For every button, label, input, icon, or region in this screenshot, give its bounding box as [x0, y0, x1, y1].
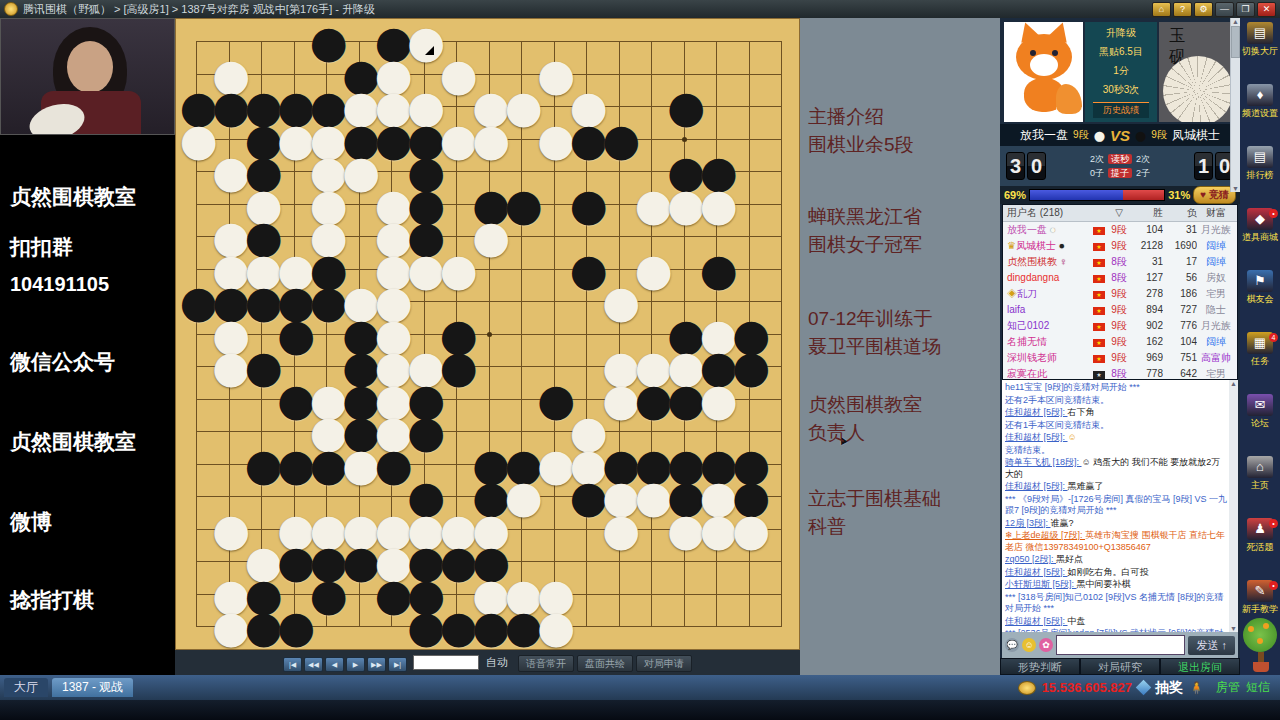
black-stone: ●: [700, 252, 733, 285]
chat-message: 竞猜结束。: [1005, 445, 1228, 457]
chat-message: *** 《9段对局》-[1726号房间] 真假的宝马 [9段] VS 一九跟7 …: [1005, 494, 1228, 517]
chat-message: 还有2手本区间竞猜结束。: [1005, 395, 1228, 407]
black-stone: ●: [310, 447, 343, 480]
white-counter: 30: [1006, 152, 1046, 180]
white-player-name: 放我一盘: [1020, 127, 1068, 144]
black-stone: ●: [310, 25, 343, 58]
send-button[interactable]: 发送 ↑: [1188, 636, 1235, 655]
rail-icon: ♦: [1247, 84, 1273, 106]
black-stone: ●: [375, 577, 408, 610]
betting-bar: 69% 31% ♥ 竞猜: [1000, 186, 1240, 204]
black-stone: ●: [375, 447, 408, 480]
last-move-marker: [425, 46, 434, 55]
taskbar-tab[interactable]: 大厅: [4, 678, 48, 697]
coin-icon: [1018, 681, 1036, 695]
sidebar-text-line: 微博: [0, 508, 175, 536]
white-player-avatar: [1004, 22, 1083, 122]
title-bar: 腾讯围棋（野狐） > [高级房1] > 1387号对弈房 观战中[第176手] …: [0, 0, 1280, 18]
rail-item-任务[interactable]: ▦4任务: [1240, 332, 1280, 390]
playback-button[interactable]: ▶▶: [367, 657, 386, 672]
emoticon-bubble-icon[interactable]: 💬: [1005, 638, 1019, 652]
board-option-button[interactable]: 对局申请: [636, 655, 692, 672]
chat-input-row: 💬 ☺ ✿ 发送 ↑: [1002, 632, 1238, 658]
money-tree-icon[interactable]: [1243, 618, 1279, 674]
user-list-header: 用户名 (218)▽胜负财富: [1003, 205, 1237, 222]
chat-message: 佳和超材 [5段]: 黑难赢了: [1005, 481, 1228, 493]
black-stone: ●: [602, 122, 635, 155]
chat-message: 佳和超材 [5段]: 如刚吃右角。白可投: [1005, 567, 1228, 579]
user-list[interactable]: 用户名 (218)▽胜负财富放我一盘 ●★9段10431月光族♛凤城棋士 ●★9…: [1002, 204, 1238, 380]
rail-item-主页[interactable]: ⌂主页: [1240, 456, 1280, 514]
white-stone: ●: [700, 382, 733, 415]
chat-message: 佳和超材 [5段]: 右下角: [1005, 407, 1228, 419]
playback-button[interactable]: |◀: [283, 657, 302, 672]
black-stone: ●: [570, 252, 603, 285]
black-stone: ●: [472, 610, 505, 643]
chat-text-input[interactable]: [1056, 635, 1185, 655]
intro-text-line: 负责人: [800, 420, 1000, 446]
white-stone: ●: [732, 512, 765, 545]
match-komi: 黑贴6.5目: [1085, 45, 1158, 59]
user-row[interactable]: 放我一盘 ●★9段10431月光族: [1003, 222, 1237, 238]
user-row[interactable]: ◈乱刀★9段278186宅男: [1003, 286, 1237, 302]
chat-message: he11宝宝 [9段]的竞猜对局开始 ***: [1005, 382, 1228, 394]
board-option-button[interactable]: 语音常开: [518, 655, 574, 672]
byoyomi-capture-info: 2次读秒2次0子提子2子: [1088, 152, 1152, 180]
white-stone: ●: [440, 252, 473, 285]
players-vs-row: 放我一盘 9段 ● VS ● 9段 凤城棋士: [1000, 124, 1240, 146]
go-board[interactable]: ●●●●●●●●●●●●●●●●●●●●●●●●●●●●●●●●●●●●●●●●…: [175, 18, 800, 650]
black-stone: ●: [570, 122, 603, 155]
white-stone: ●: [212, 155, 245, 188]
sidebar-text-line: 贞然围棋教室: [0, 183, 175, 211]
chat-message: *** [318号房间]知己0102 [9段]VS 名捕无情 [8段]的竞猜对局…: [1005, 592, 1228, 615]
black-stone: ●: [277, 447, 310, 480]
chat-message: zq050 [2段]: 黑好点: [1005, 554, 1228, 566]
user-row[interactable]: 知己0102★9段902776月光族: [1003, 318, 1237, 334]
match-byoyomi: 30秒3次: [1085, 83, 1158, 97]
home-icon[interactable]: ⌂: [1152, 2, 1171, 17]
black-player-rank: 9段: [1151, 128, 1167, 142]
streamer-intro-text: 主播介绍围棋业余5段蝉联黑龙江省围棋女子冠军07-12年训练于聂卫平围棋道场贞然…: [800, 18, 1000, 675]
user-row[interactable]: dingdangna★8段12756房奴: [1003, 270, 1237, 286]
match-main-time: 1分: [1085, 64, 1158, 78]
money-amount: 15.536.605.827: [1042, 680, 1132, 695]
right-icon-rail: ▤切换大厅♦频道设置▤排行榜◆•道具商城⚑棋友会▦4任务✉论坛⌂主页♟•死活题✎…: [1240, 18, 1280, 675]
white-stone: ●: [667, 187, 700, 220]
taskbar-tab[interactable]: 1387 - 观战: [52, 678, 133, 697]
white-stone: ●: [212, 610, 245, 643]
rail-icon: ✉: [1247, 394, 1273, 416]
intro-text-line: 围棋女子冠军: [800, 232, 1000, 258]
chat-message: ❄上老de超级 [7段]: 英雄市淘宝搜 围棋银干店 直结七年老店 微信1397…: [1005, 530, 1228, 553]
black-player-avatar: 玉砚: [1159, 22, 1236, 122]
room-button-2[interactable]: 退出房间: [1160, 658, 1240, 675]
black-stone: ●: [505, 610, 538, 643]
white-stone: ●: [472, 122, 505, 155]
black-stone: ●: [667, 382, 700, 415]
taskbar-item-房管[interactable]: 房管: [1216, 680, 1240, 694]
right-panel: 升降级 黑贴6.5目 1分 30秒3次 历史战绩 玉砚 放我一盘 9段 ● VS…: [1000, 18, 1240, 675]
intro-text-line: 贞然围棋教室: [800, 392, 1000, 418]
black-stone: ●: [245, 447, 278, 480]
playback-button[interactable]: ▶: [346, 657, 365, 672]
black-stone: ●: [537, 382, 570, 415]
match-info-box: 升降级 黑贴6.5目 1分 30秒3次 历史战绩: [1085, 22, 1158, 122]
black-stone: ●: [277, 382, 310, 415]
match-rule: 升降级: [1085, 26, 1158, 40]
intro-text-line: 围棋业余5段: [800, 132, 1000, 158]
white-stone: ●: [602, 285, 635, 318]
white-stone-icon: ●: [1094, 128, 1105, 143]
minimize-button[interactable]: —: [1215, 2, 1234, 17]
room-button-0[interactable]: 形势判断: [1000, 658, 1080, 675]
streamer-webcam: [0, 18, 175, 135]
white-stone: ●: [602, 512, 635, 545]
board-option-button[interactable]: 盘面共绘: [577, 655, 633, 672]
black-stone: ●: [667, 90, 700, 123]
white-stone: ●: [537, 122, 570, 155]
player-card: 升降级 黑贴6.5目 1分 30秒3次 历史战绩 玉砚: [1002, 20, 1238, 124]
sidebar-text-line: 104191105: [0, 273, 175, 296]
chat-message: 骑单车飞机 [18段]: ☺ 鸡蛋大的 我们不能 要放就放2万大的: [1005, 457, 1228, 480]
room-button-1[interactable]: 对局研究: [1080, 658, 1160, 675]
black-bet-percent: 31%: [1168, 189, 1190, 201]
app-logo-icon: [4, 2, 18, 16]
white-stone: ●: [700, 512, 733, 545]
rail-icon: ▤: [1247, 146, 1273, 168]
user-row[interactable]: ♛凤城棋士 ●★9段21281690阔绰: [1003, 238, 1237, 254]
black-stone: ●: [440, 610, 473, 643]
black-stone: ●: [407, 610, 440, 643]
diamond-icon: [1136, 680, 1152, 696]
emoticon-rose-icon[interactable]: ✿: [1039, 638, 1053, 652]
white-player-rank: 9段: [1073, 128, 1089, 142]
rail-icon: ▤: [1247, 22, 1273, 44]
move-number-box[interactable]: [413, 655, 479, 670]
intro-text-line: 立志于围棋基础: [800, 486, 1000, 512]
black-stone: ●: [570, 187, 603, 220]
intro-text-line: 07-12年训练于: [800, 306, 1000, 332]
black-player-name: 凤城棋士: [1172, 127, 1220, 144]
bottom-taskbar: 大厅1387 - 观战 15.536.605.827 抽奖 🧍 房管短信: [0, 675, 1280, 700]
user-row[interactable]: 贞然围棋教 ♀★8段3117阔绰: [1003, 254, 1237, 270]
white-stone: ●: [537, 610, 570, 643]
bottom-strip: [0, 700, 1280, 720]
white-bet-percent: 69%: [1004, 189, 1026, 201]
rail-item-频道设置[interactable]: ♦频道设置: [1240, 84, 1280, 142]
rail-item-论坛[interactable]: ✉论坛: [1240, 394, 1280, 452]
white-stone: ●: [667, 512, 700, 545]
lottery-button[interactable]: 抽奖: [1155, 679, 1183, 697]
white-stone: ●: [342, 447, 375, 480]
close-button[interactable]: ✕: [1257, 2, 1276, 17]
chat-message: 还有1手本区间竞猜结束。: [1005, 420, 1228, 432]
emoticon-smiley-icon[interactable]: ☺: [1022, 638, 1036, 652]
black-stone-icon: ●: [1135, 128, 1146, 143]
streamer-info-panel: 贞然围棋教室扣扣群104191105微信公众号贞然围棋教室微博捻指打棋: [0, 135, 175, 675]
window-title: 腾讯围棋（野狐） > [高级房1] > 1387号对弈房 观战中[第176手] …: [23, 2, 375, 17]
intro-text-line: 主播介绍: [800, 104, 1000, 130]
black-stone: ●: [245, 610, 278, 643]
taskbar-item-短信[interactable]: 短信: [1246, 680, 1270, 694]
user-row[interactable]: 深圳钱老师★9段969751高富帅: [1003, 350, 1237, 366]
white-stone: ●: [700, 187, 733, 220]
user-row[interactable]: 寂寞在此★8段778642宅男: [1003, 366, 1237, 380]
white-stone: ●: [212, 350, 245, 383]
rail-item-道具商城[interactable]: ◆•道具商城: [1240, 208, 1280, 266]
intro-text-line: 蝉联黑龙江省: [800, 204, 1000, 230]
intro-text-line: 科普: [800, 514, 1000, 540]
room-admin-label[interactable]: 🧍: [1189, 681, 1204, 695]
user-row[interactable]: 名捕无情★9段162104阔绰: [1003, 334, 1237, 350]
clock-score-row: 30 2次读秒2次0子提子2子 10: [1000, 146, 1240, 186]
sidebar-text-line: 微信公众号: [0, 348, 175, 376]
rail-item-切换大厅[interactable]: ▤切换大厅: [1240, 22, 1280, 80]
chat-message: 佳和超材 [5段]: ☺: [1005, 432, 1228, 444]
star-point: [682, 137, 687, 142]
rail-icon: ⌂: [1247, 456, 1273, 478]
chat-message: 12扇 [3段]: 谁赢?: [1005, 518, 1228, 530]
black-stone: ●: [277, 610, 310, 643]
white-stone: ●: [180, 122, 213, 155]
black-stone: ●: [635, 382, 668, 415]
chat-scrollbar[interactable]: ▲▼: [1229, 380, 1238, 632]
rail-item-棋友会[interactable]: ⚑棋友会: [1240, 270, 1280, 328]
white-stone: ●: [212, 512, 245, 545]
intro-text-line: 聂卫平围棋道场: [800, 334, 1000, 360]
rail-item-排行榜[interactable]: ▤排行榜: [1240, 146, 1280, 204]
settings-gear-icon[interactable]: ⚙: [1194, 2, 1213, 17]
vs-label: VS: [1110, 127, 1130, 144]
help-icon[interactable]: ?: [1173, 2, 1192, 17]
user-row[interactable]: laifa★9段894727隐士: [1003, 302, 1237, 318]
history-record-button[interactable]: 历史战绩: [1093, 102, 1150, 118]
sidebar-text-line: 捻指打棋: [0, 586, 175, 614]
sidebar-text-line: 扣扣群: [0, 233, 175, 261]
playback-button[interactable]: ◀: [325, 657, 344, 672]
auto-play-label[interactable]: 自动: [486, 655, 508, 670]
white-stone: ●: [635, 187, 668, 220]
black-stone: ●: [245, 350, 278, 383]
restore-button[interactable]: ❐: [1236, 2, 1255, 17]
chat-message: 佳和超材 [5段]: 中盘: [1005, 616, 1228, 628]
sidebar-text-line: 贞然围棋教室: [0, 428, 175, 456]
star-point: [487, 332, 492, 337]
black-stone: ●: [180, 285, 213, 318]
room-action-buttons: 形势判断对局研究退出房间: [1000, 658, 1240, 675]
black-stone: ●: [570, 480, 603, 513]
rail-icon: ⚑: [1247, 270, 1273, 292]
rail-item-死活题[interactable]: ♟•死活题: [1240, 518, 1280, 576]
playback-button[interactable]: ◀◀: [304, 657, 323, 672]
chat-message: 小轩斯坦斯 [5段]: 黑中间要补棋: [1005, 579, 1228, 591]
chat-area[interactable]: he11宝宝 [9段]的竞猜对局开始 ***还有2手本区间竞猜结束。佳和超材 […: [1002, 380, 1238, 632]
playback-button[interactable]: ▶|: [388, 657, 407, 672]
user-list-scrollbar[interactable]: ▲▼: [1230, 18, 1240, 192]
black-counter: 10: [1194, 152, 1234, 180]
board-control-bar: |◀◀◀◀▶▶▶▶| 自动 语音常开盘面共绘对局申请: [175, 650, 800, 675]
